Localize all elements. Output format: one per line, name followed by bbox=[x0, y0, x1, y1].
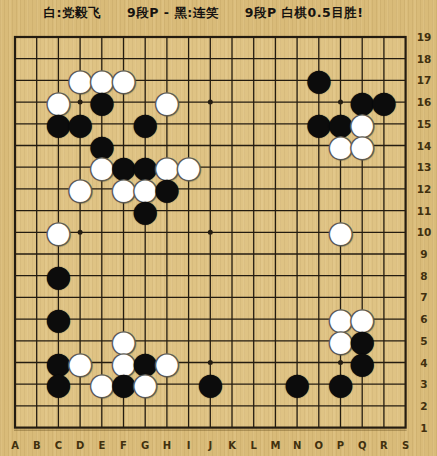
row-label-19: 19 bbox=[411, 31, 437, 43]
go-board[interactable]: ●●●●●●●●●●●●●●●●●●●●●●●●●●●●●●●●●●●●●●●●… bbox=[0, 0, 437, 456]
row-label-13: 13 bbox=[411, 161, 437, 173]
col-label-A: A bbox=[5, 440, 25, 451]
col-label-R: R bbox=[374, 440, 394, 451]
col-label-S: S bbox=[396, 440, 416, 451]
row-label-17: 17 bbox=[411, 74, 437, 86]
row-label-15: 15 bbox=[411, 118, 437, 130]
row-label-6: 6 bbox=[411, 313, 437, 325]
row-label-14: 14 bbox=[411, 140, 437, 152]
col-label-D: D bbox=[70, 440, 90, 451]
col-label-M: M bbox=[265, 440, 285, 451]
row-label-18: 18 bbox=[411, 53, 437, 65]
col-label-N: N bbox=[287, 440, 307, 451]
row-label-10: 10 bbox=[411, 226, 437, 238]
row-label-16: 16 bbox=[411, 96, 437, 108]
row-label-9: 9 bbox=[411, 248, 437, 260]
col-label-E: E bbox=[92, 440, 112, 451]
col-label-B: B bbox=[27, 440, 47, 451]
col-label-J: J bbox=[200, 440, 220, 451]
col-label-I: I bbox=[179, 440, 199, 451]
col-label-K: K bbox=[222, 440, 242, 451]
col-label-Q: Q bbox=[352, 440, 372, 451]
col-label-P: P bbox=[331, 440, 351, 451]
board-grid-lines bbox=[0, 0, 437, 456]
col-label-C: C bbox=[48, 440, 68, 451]
col-label-G: G bbox=[135, 440, 155, 451]
col-label-L: L bbox=[244, 440, 264, 451]
row-label-7: 7 bbox=[411, 291, 437, 303]
row-label-8: 8 bbox=[411, 270, 437, 282]
row-label-1: 1 bbox=[411, 422, 437, 434]
row-label-4: 4 bbox=[411, 357, 437, 369]
col-label-H: H bbox=[157, 440, 177, 451]
row-label-3: 3 bbox=[411, 378, 437, 390]
go-game-viewer: 白:党毅飞 9段P - 黑:连笑 9段P 白棋0.5目胜! ●●●●●●●●●●… bbox=[0, 0, 437, 456]
row-label-12: 12 bbox=[411, 183, 437, 195]
col-label-O: O bbox=[309, 440, 329, 451]
row-label-11: 11 bbox=[411, 205, 437, 217]
row-label-5: 5 bbox=[411, 335, 437, 347]
row-label-2: 2 bbox=[411, 400, 437, 412]
col-label-F: F bbox=[114, 440, 134, 451]
